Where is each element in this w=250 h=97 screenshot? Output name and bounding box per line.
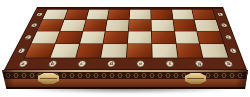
board-square-dark (127, 44, 152, 57)
rank-label-medallion: 1 (228, 48, 238, 54)
clasp-groove (40, 78, 58, 80)
board-square-dark (197, 31, 223, 43)
board-square-light (50, 44, 78, 57)
board-square-dark (152, 31, 176, 43)
brass-clasp-left-icon (38, 73, 59, 84)
board-square-light (175, 31, 200, 43)
file-label-medallion: c (76, 60, 87, 67)
board-square-dark (104, 31, 128, 43)
rank-label-medallion: 3 (29, 23, 38, 28)
file-label-medallion: h (223, 60, 234, 67)
board-square-light (151, 20, 173, 31)
board-square-dark (64, 10, 88, 20)
rank-label-medallion: 2 (23, 35, 33, 40)
board-square-dark (76, 44, 103, 57)
board-square-dark (151, 10, 172, 20)
rank-label-medallion: 2 (224, 35, 233, 40)
chess-box-photo: 4321 4321 abcdefgh (0, 0, 250, 97)
checkerboard-grid (23, 9, 229, 58)
board-square-light (195, 20, 219, 31)
board-square-dark (56, 31, 82, 43)
board-square-dark (108, 10, 130, 20)
board-square-dark (83, 20, 107, 31)
board-square-light (128, 31, 151, 43)
board-square-light (152, 44, 177, 57)
board-square-light (60, 20, 85, 31)
clasp-groove (187, 78, 205, 80)
board-square-dark (176, 44, 202, 57)
rank-label-medallion: 4 (216, 12, 224, 16)
board-square-dark (129, 20, 151, 31)
file-label-medallion: e (136, 60, 145, 67)
board-square-light (200, 44, 228, 57)
file-label-medallion: f (165, 60, 175, 67)
board-square-light (172, 10, 194, 20)
board-square-light (80, 31, 105, 43)
box-front-panel (2, 70, 248, 89)
file-label-row: abcdefgh (5, 58, 245, 69)
brass-clasp-right-icon (185, 73, 206, 84)
board-square-light (43, 10, 68, 20)
board-square-light (101, 44, 127, 57)
board-square-dark (192, 10, 215, 20)
file-label-medallion: b (47, 60, 58, 67)
box-bottom-edge (2, 87, 248, 89)
board-square-light (86, 10, 109, 20)
rank-label-medallion: 4 (35, 12, 43, 16)
rank-label-medallion: 3 (220, 23, 228, 28)
board-square-light (130, 10, 151, 20)
file-label-medallion: d (106, 60, 116, 67)
file-label-medallion: a (17, 60, 29, 67)
file-label-medallion: g (194, 60, 204, 67)
board-square-light (106, 20, 129, 31)
folded-chessboard-lid: 4321 4321 abcdefgh (4, 7, 247, 70)
board-square-dark (173, 20, 196, 31)
